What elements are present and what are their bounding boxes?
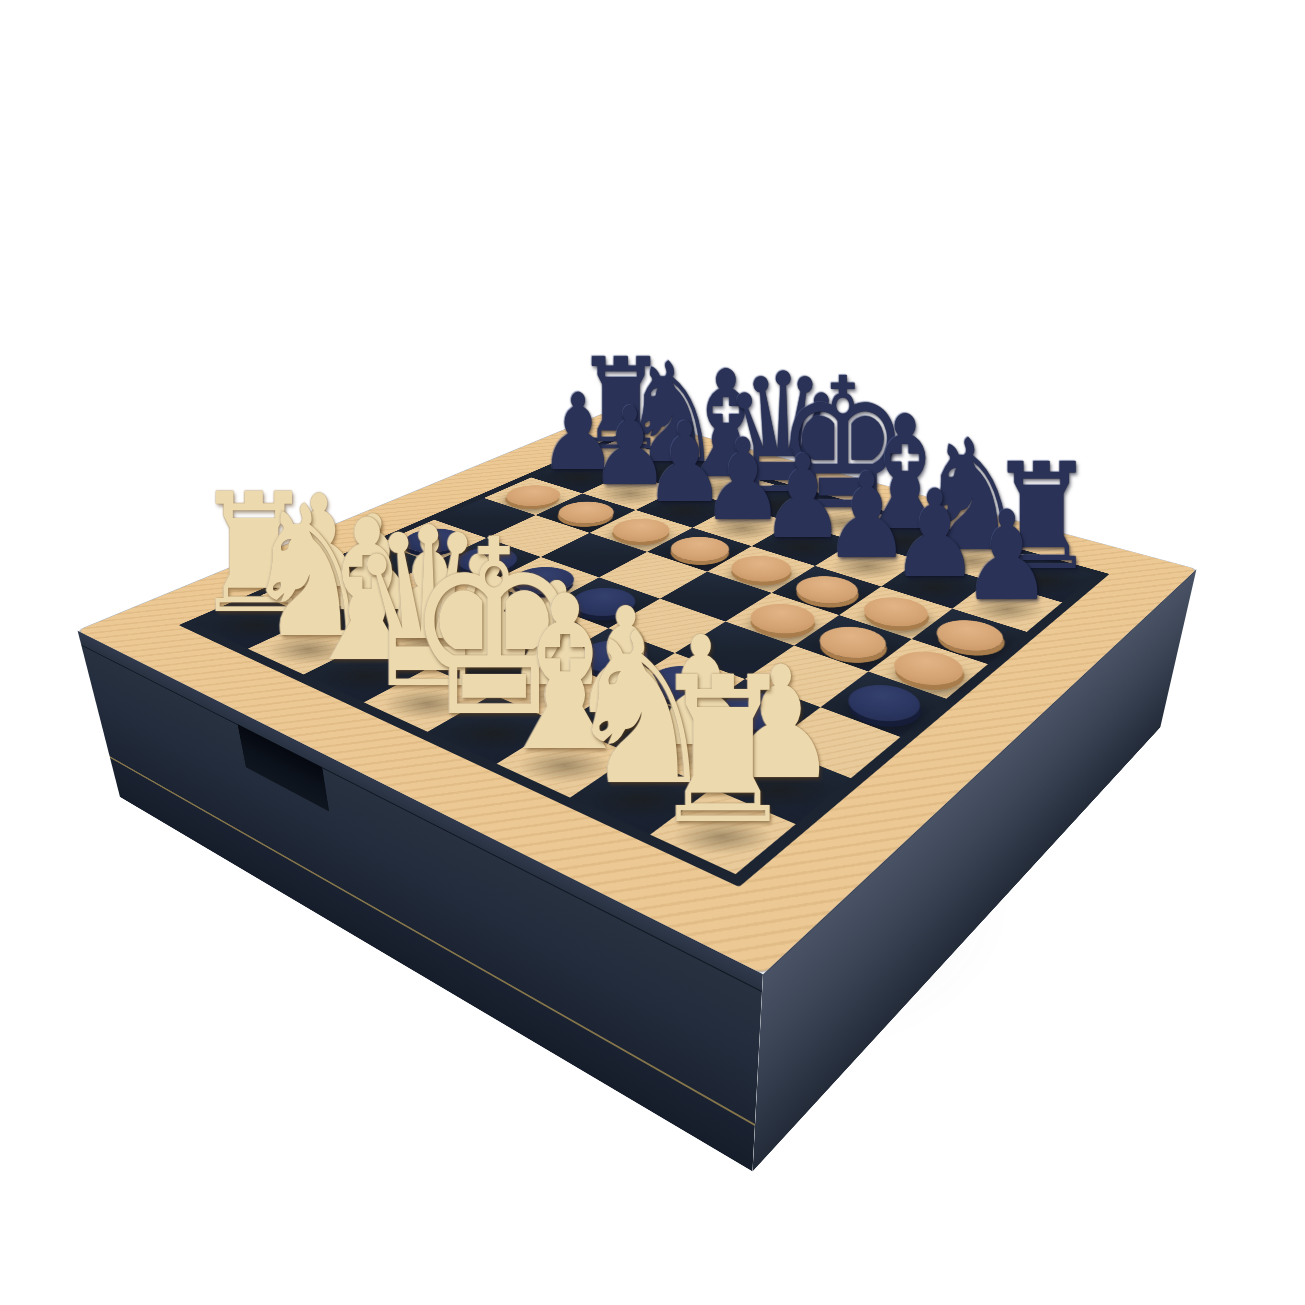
product-photo-stage: ♜♞♝♛♚♝♞♜♟♟♟♟♟♟♟♟♜♞♝♛♚♝♞♜♟♟♟♟♟♟♟♟ bbox=[0, 0, 1305, 1305]
